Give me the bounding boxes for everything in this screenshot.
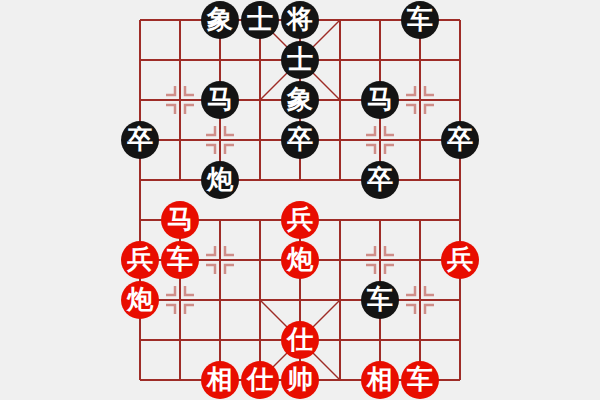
red-elephant[interactable]: 相 bbox=[361, 361, 399, 399]
red-advisor[interactable]: 仕 bbox=[241, 361, 279, 399]
red-horse[interactable]: 马 bbox=[161, 201, 199, 239]
black-pawn[interactable]: 卒 bbox=[361, 161, 399, 199]
black-pawn[interactable]: 卒 bbox=[281, 121, 319, 159]
black-elephant[interactable]: 象 bbox=[281, 81, 319, 119]
red-advisor[interactable]: 仕 bbox=[281, 321, 319, 359]
red-elephant[interactable]: 相 bbox=[201, 361, 239, 399]
red-cannon[interactable]: 炮 bbox=[281, 241, 319, 279]
red-chariot[interactable]: 车 bbox=[401, 361, 439, 399]
red-pawn[interactable]: 兵 bbox=[121, 241, 159, 279]
black-horse[interactable]: 马 bbox=[361, 81, 399, 119]
black-pawn[interactable]: 卒 bbox=[121, 121, 159, 159]
black-cannon[interactable]: 炮 bbox=[201, 161, 239, 199]
red-chariot[interactable]: 车 bbox=[161, 241, 199, 279]
red-pawn[interactable]: 兵 bbox=[441, 241, 479, 279]
black-pawn[interactable]: 卒 bbox=[441, 121, 479, 159]
piece-layer: 象士将车士马象马卒卒卒炮卒马兵兵车炮兵炮车仕相仕帅相车 bbox=[120, 0, 480, 400]
red-cannon[interactable]: 炮 bbox=[121, 281, 159, 319]
black-general[interactable]: 将 bbox=[281, 1, 319, 39]
black-horse[interactable]: 马 bbox=[201, 81, 239, 119]
red-general[interactable]: 帅 bbox=[281, 361, 319, 399]
red-pawn[interactable]: 兵 bbox=[281, 201, 319, 239]
black-chariot[interactable]: 车 bbox=[361, 281, 399, 319]
xiangqi-board: 象士将车士马象马卒卒卒炮卒马兵兵车炮兵炮车仕相仕帅相车 bbox=[0, 0, 600, 400]
black-chariot[interactable]: 车 bbox=[401, 1, 439, 39]
black-advisor[interactable]: 士 bbox=[241, 1, 279, 39]
black-elephant[interactable]: 象 bbox=[201, 1, 239, 39]
black-advisor[interactable]: 士 bbox=[281, 41, 319, 79]
